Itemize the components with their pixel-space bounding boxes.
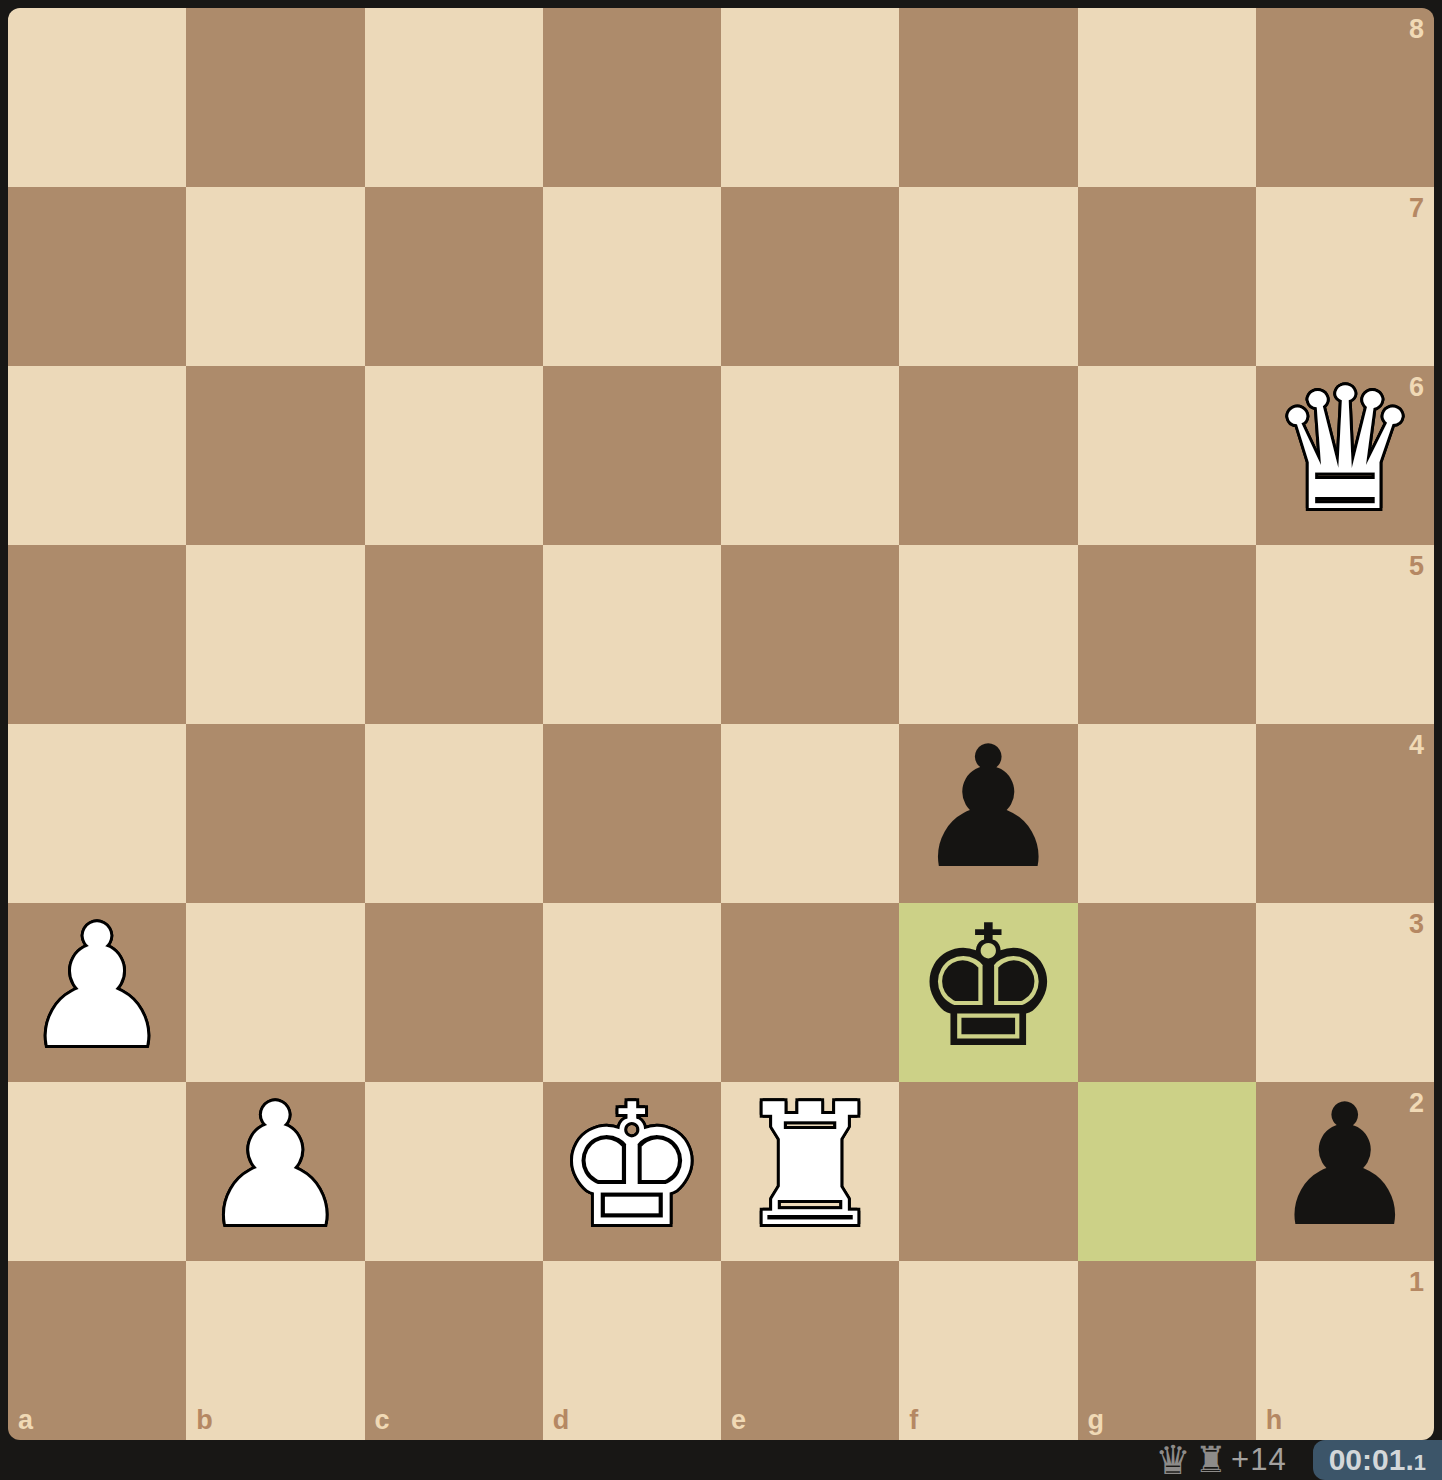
status-bar: ♛ ♜ +14 00:01.1: [0, 1440, 1442, 1480]
chess-board: 876♛5♟4♟♚3♟♚♜2♟abcdefg1h: [8, 8, 1434, 1440]
square-d7[interactable]: [543, 187, 721, 366]
square-d4[interactable]: [543, 724, 721, 903]
square-a7[interactable]: [8, 187, 186, 366]
square-g6[interactable]: [1078, 366, 1256, 545]
square-g7[interactable]: [1078, 187, 1256, 366]
square-e4[interactable]: [721, 724, 899, 903]
coord-file-e: e: [731, 1407, 746, 1434]
coord-file-a: a: [18, 1407, 33, 1434]
square-h7[interactable]: 7: [1256, 187, 1434, 366]
black-pawn[interactable]: ♟: [913, 724, 1064, 892]
square-b6[interactable]: [186, 366, 364, 545]
square-e2[interactable]: ♜: [721, 1082, 899, 1261]
square-f7[interactable]: [899, 187, 1077, 366]
clock-main: 00:01.: [1329, 1443, 1414, 1477]
coord-rank-5: 5: [1409, 553, 1424, 580]
square-a2[interactable]: [8, 1082, 186, 1261]
square-h1[interactable]: 1h: [1256, 1261, 1434, 1440]
square-b5[interactable]: [186, 545, 364, 724]
white-queen[interactable]: ♛: [1270, 366, 1421, 534]
square-g5[interactable]: [1078, 545, 1256, 724]
square-a6[interactable]: [8, 366, 186, 545]
square-g3[interactable]: [1078, 903, 1256, 1082]
square-f5[interactable]: [899, 545, 1077, 724]
square-d2[interactable]: ♚: [543, 1082, 721, 1261]
white-clock: 00:01.1: [1313, 1440, 1442, 1480]
white-pawn[interactable]: ♟: [22, 903, 173, 1071]
square-a3[interactable]: ♟: [8, 903, 186, 1082]
square-e8[interactable]: [721, 8, 899, 187]
square-f6[interactable]: [899, 366, 1077, 545]
square-d1[interactable]: d: [543, 1261, 721, 1440]
square-h8[interactable]: 8: [1256, 8, 1434, 187]
square-a1[interactable]: a: [8, 1261, 186, 1440]
square-c5[interactable]: [365, 545, 543, 724]
square-c4[interactable]: [365, 724, 543, 903]
square-e3[interactable]: [721, 903, 899, 1082]
coord-file-f: f: [909, 1407, 918, 1434]
square-h6[interactable]: 6♛: [1256, 366, 1434, 545]
black-pawn[interactable]: ♟: [1270, 1082, 1421, 1250]
square-c3[interactable]: [365, 903, 543, 1082]
square-b2[interactable]: ♟: [186, 1082, 364, 1261]
coord-file-g: g: [1088, 1407, 1105, 1434]
clock-tenths: 1: [1414, 1450, 1426, 1476]
page: 876♛5♟4♟♚3♟♚♜2♟abcdefg1h ♛ ♜ +14 00:01.1: [0, 0, 1442, 1480]
material-advantage: +14: [1231, 1440, 1287, 1480]
square-d8[interactable]: [543, 8, 721, 187]
square-d3[interactable]: [543, 903, 721, 1082]
white-king[interactable]: ♚: [557, 1082, 708, 1250]
square-f4[interactable]: ♟: [899, 724, 1077, 903]
coord-file-b: b: [196, 1407, 213, 1434]
square-c6[interactable]: [365, 366, 543, 545]
square-h4[interactable]: 4: [1256, 724, 1434, 903]
coord-file-d: d: [553, 1407, 570, 1434]
square-a4[interactable]: [8, 724, 186, 903]
square-c7[interactable]: [365, 187, 543, 366]
square-a5[interactable]: [8, 545, 186, 724]
square-g8[interactable]: [1078, 8, 1256, 187]
square-g2[interactable]: [1078, 1082, 1256, 1261]
coord-rank-4: 4: [1409, 732, 1424, 759]
coord-file-c: c: [375, 1407, 390, 1434]
square-e5[interactable]: [721, 545, 899, 724]
square-b3[interactable]: [186, 903, 364, 1082]
square-f8[interactable]: [899, 8, 1077, 187]
square-b4[interactable]: [186, 724, 364, 903]
coord-rank-8: 8: [1409, 16, 1424, 43]
square-b8[interactable]: [186, 8, 364, 187]
white-rook[interactable]: ♜: [735, 1082, 886, 1250]
square-c2[interactable]: [365, 1082, 543, 1261]
square-h2[interactable]: 2♟: [1256, 1082, 1434, 1261]
black-king[interactable]: ♚: [913, 903, 1064, 1071]
square-f2[interactable]: [899, 1082, 1077, 1261]
square-b7[interactable]: [186, 187, 364, 366]
square-g1[interactable]: g: [1078, 1261, 1256, 1440]
square-e1[interactable]: e: [721, 1261, 899, 1440]
square-d6[interactable]: [543, 366, 721, 545]
square-e6[interactable]: [721, 366, 899, 545]
square-h3[interactable]: 3: [1256, 903, 1434, 1082]
square-a8[interactable]: [8, 8, 186, 187]
square-h5[interactable]: 5: [1256, 545, 1434, 724]
square-e7[interactable]: [721, 187, 899, 366]
white-pawn[interactable]: ♟: [200, 1082, 351, 1250]
coord-rank-1: 1: [1409, 1269, 1424, 1296]
material-rook-icon: ♜: [1195, 1440, 1227, 1480]
material-queen-icon: ♛: [1155, 1440, 1191, 1480]
coord-rank-7: 7: [1409, 195, 1424, 222]
square-d5[interactable]: [543, 545, 721, 724]
square-c1[interactable]: c: [365, 1261, 543, 1440]
coord-file-h: h: [1266, 1407, 1283, 1434]
square-g4[interactable]: [1078, 724, 1256, 903]
square-f1[interactable]: f: [899, 1261, 1077, 1440]
square-b1[interactable]: b: [186, 1261, 364, 1440]
square-f3[interactable]: ♚: [899, 903, 1077, 1082]
coord-rank-3: 3: [1409, 911, 1424, 938]
square-c8[interactable]: [365, 8, 543, 187]
